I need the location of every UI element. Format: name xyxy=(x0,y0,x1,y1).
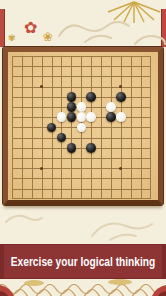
gomoku-ad-screen: ✿ ❀ ✾ Exercise your logical thinking xyxy=(0,0,166,296)
small-flower-icon: ✾ xyxy=(8,34,16,43)
banner-text: Exercise your logical thinking xyxy=(11,255,156,269)
black-stone xyxy=(67,92,77,102)
red-flower-icon: ✿ xyxy=(24,20,37,36)
black-stone xyxy=(86,92,96,102)
cloud-swirl-top-icon xyxy=(55,10,166,46)
white-stone xyxy=(77,112,87,122)
promo-banner: Exercise your logical thinking xyxy=(0,244,166,279)
gold-flower-icon: ❀ xyxy=(43,31,53,43)
gomoku-board[interactable] xyxy=(3,47,163,205)
sunburst-ornament-icon xyxy=(104,0,166,24)
right-red-ribbon xyxy=(161,9,166,47)
black-stone xyxy=(116,92,126,102)
white-stone xyxy=(86,112,96,122)
black-stone xyxy=(67,112,77,122)
black-stone xyxy=(67,143,77,153)
white-stone xyxy=(106,102,116,112)
left-red-ribbon xyxy=(0,9,5,47)
star-point xyxy=(40,167,43,170)
black-stone xyxy=(67,102,77,112)
black-stone xyxy=(86,143,96,153)
white-stone xyxy=(116,112,126,122)
black-stone xyxy=(106,112,116,122)
white-stone xyxy=(77,102,87,112)
wave-pattern xyxy=(0,277,166,296)
cloud-swirl-bottom-icon xyxy=(0,206,166,244)
